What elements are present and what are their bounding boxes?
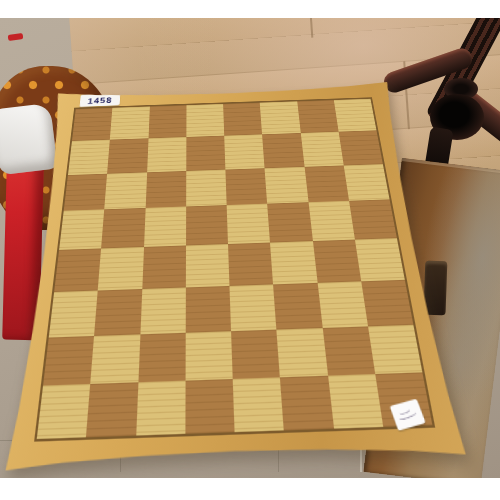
- board-square: [186, 244, 230, 287]
- board-square: [260, 101, 300, 134]
- board-square: [334, 99, 377, 132]
- board-square: [142, 245, 186, 288]
- board-square: [228, 243, 273, 286]
- board-square: [185, 379, 234, 434]
- board-square: [110, 106, 149, 139]
- board-square: [304, 165, 349, 202]
- board-square: [37, 384, 91, 439]
- board-square: [144, 207, 186, 247]
- board-square: [94, 289, 141, 336]
- board-square: [68, 139, 110, 174]
- photo-area: 1458: [0, 18, 500, 478]
- board-square: [308, 201, 355, 241]
- board-square: [262, 133, 304, 168]
- board-square: [265, 166, 308, 203]
- board-square: [225, 168, 267, 205]
- board-square: [277, 327, 328, 377]
- board-square: [98, 247, 144, 290]
- board-square: [186, 169, 227, 207]
- board-square: [101, 208, 145, 248]
- board-square: [72, 108, 113, 141]
- board-square: [223, 103, 262, 136]
- board-square: [138, 332, 186, 382]
- board-square: [267, 202, 312, 242]
- board-square: [312, 240, 360, 283]
- board-square: [86, 383, 138, 438]
- board-square: [104, 172, 146, 210]
- board-square: [147, 137, 186, 172]
- board-square: [64, 173, 108, 211]
- board-square: [43, 335, 94, 386]
- board-square: [270, 241, 317, 284]
- board-square: [349, 200, 397, 240]
- board-square: [368, 324, 423, 374]
- board-square: [297, 100, 339, 133]
- red-mark: [8, 33, 24, 41]
- board-square: [300, 131, 343, 166]
- board-square: [273, 283, 322, 329]
- board-square: [227, 204, 271, 244]
- handwritten-scribble: [397, 408, 417, 421]
- board-square: [185, 286, 231, 333]
- chessboard: 1458: [6, 82, 466, 470]
- board-square: [59, 210, 104, 250]
- board-square: [145, 171, 186, 209]
- board-square: [90, 334, 139, 384]
- board-square: [186, 135, 225, 170]
- board-square: [343, 164, 389, 201]
- board-square: [186, 205, 228, 245]
- board-square: [280, 376, 333, 430]
- lot-number-text: 1458: [87, 95, 112, 105]
- board-square: [317, 281, 368, 327]
- board-square: [136, 381, 186, 436]
- board-square: [148, 105, 186, 138]
- lot-number-sticker: 1458: [80, 93, 121, 107]
- board-square: [338, 130, 382, 165]
- plank-joint: [306, 18, 313, 38]
- board-square: [49, 290, 98, 337]
- chessboard-frame: 1458: [6, 82, 466, 470]
- board-square: [186, 104, 224, 137]
- board-square: [361, 280, 413, 326]
- board-square: [224, 134, 265, 169]
- board-square: [54, 248, 101, 291]
- board-square: [322, 326, 375, 376]
- board-square: [355, 238, 405, 281]
- board-square: [328, 374, 383, 428]
- board-square: [233, 378, 284, 432]
- board-square: [185, 331, 232, 381]
- chessboard-grid: [34, 97, 435, 441]
- auction-photo: 1458: [0, 0, 500, 500]
- board-square: [140, 287, 186, 334]
- plank-joint: [403, 61, 410, 129]
- board-square: [107, 138, 148, 173]
- board-square: [231, 329, 280, 379]
- board-square: [229, 284, 276, 330]
